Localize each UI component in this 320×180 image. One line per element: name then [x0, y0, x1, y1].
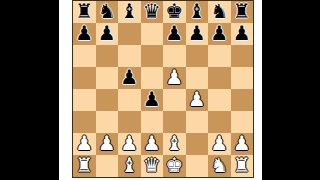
piece-black-pawn: ♟ — [165, 23, 183, 43]
square-b6[interactable] — [96, 45, 119, 67]
square-c4[interactable] — [118, 89, 141, 111]
square-f2[interactable] — [186, 133, 209, 155]
piece-black-pawn: ♟ — [143, 89, 161, 109]
piece-black-knight: ♞ — [210, 1, 228, 21]
square-b1[interactable] — [96, 155, 119, 177]
square-d8[interactable]: ♛ — [141, 1, 164, 23]
piece-black-pawn: ♟ — [98, 23, 116, 43]
square-a2[interactable]: ♟ — [73, 133, 96, 155]
piece-white-pawn: ♟ — [120, 133, 138, 153]
square-g6[interactable] — [208, 45, 231, 67]
square-c1[interactable]: ♝ — [118, 155, 141, 177]
square-f1[interactable] — [186, 155, 209, 177]
piece-black-rook: ♜ — [75, 1, 93, 21]
piece-white-pawn: ♟ — [143, 133, 161, 153]
piece-black-pawn: ♟ — [210, 23, 228, 43]
piece-white-bishop: ♝ — [165, 133, 183, 153]
square-h5[interactable] — [231, 67, 254, 89]
square-a1[interactable]: ♜ — [73, 155, 96, 177]
piece-black-bishop: ♝ — [120, 1, 138, 21]
square-c8[interactable]: ♝ — [118, 1, 141, 23]
square-d4[interactable]: ♟ — [141, 89, 164, 111]
square-g4[interactable] — [208, 89, 231, 111]
square-h8[interactable]: ♜ — [231, 1, 254, 23]
square-e3[interactable] — [163, 111, 186, 133]
square-h7[interactable]: ♟ — [231, 23, 254, 45]
piece-white-rook: ♜ — [233, 155, 251, 175]
square-e4[interactable] — [163, 89, 186, 111]
square-g5[interactable] — [208, 67, 231, 89]
square-g8[interactable]: ♞ — [208, 1, 231, 23]
square-h2[interactable]: ♟ — [231, 133, 254, 155]
square-d3[interactable] — [141, 111, 164, 133]
square-g3[interactable] — [208, 111, 231, 133]
square-d2[interactable]: ♟ — [141, 133, 164, 155]
square-a7[interactable]: ♟ — [73, 23, 96, 45]
square-a3[interactable] — [73, 111, 96, 133]
chess-board: ♜♞♝♛♚♝♞♜♟♟♟♟♟♟♟♟♟♟♟♟♟♟♝♟♟♜♝♛♚♞♜ — [72, 0, 254, 178]
square-c7[interactable] — [118, 23, 141, 45]
piece-white-knight: ♞ — [210, 155, 228, 175]
piece-white-bishop: ♝ — [120, 155, 138, 175]
square-g2[interactable]: ♟ — [208, 133, 231, 155]
square-a4[interactable] — [73, 89, 96, 111]
square-h4[interactable] — [231, 89, 254, 111]
square-e8[interactable]: ♚ — [163, 1, 186, 23]
square-g1[interactable]: ♞ — [208, 155, 231, 177]
square-c2[interactable]: ♟ — [118, 133, 141, 155]
piece-white-king: ♚ — [165, 155, 183, 175]
square-f5[interactable] — [186, 67, 209, 89]
square-g7[interactable]: ♟ — [208, 23, 231, 45]
square-e2[interactable]: ♝ — [163, 133, 186, 155]
square-b5[interactable] — [96, 67, 119, 89]
piece-white-queen: ♛ — [143, 155, 161, 175]
piece-black-queen: ♛ — [143, 1, 161, 21]
square-d1[interactable]: ♛ — [141, 155, 164, 177]
square-c6[interactable] — [118, 45, 141, 67]
piece-black-king: ♚ — [165, 1, 183, 21]
square-f4[interactable]: ♟ — [186, 89, 209, 111]
square-a6[interactable] — [73, 45, 96, 67]
piece-white-pawn: ♟ — [233, 133, 251, 153]
square-e7[interactable]: ♟ — [163, 23, 186, 45]
square-h6[interactable] — [231, 45, 254, 67]
piece-black-knight: ♞ — [98, 1, 116, 21]
square-f3[interactable] — [186, 111, 209, 133]
square-b8[interactable]: ♞ — [96, 1, 119, 23]
square-c3[interactable] — [118, 111, 141, 133]
square-b2[interactable]: ♟ — [96, 133, 119, 155]
square-f6[interactable] — [186, 45, 209, 67]
piece-white-pawn: ♟ — [210, 133, 228, 153]
square-d7[interactable] — [141, 23, 164, 45]
square-e1[interactable]: ♚ — [163, 155, 186, 177]
piece-black-pawn: ♟ — [75, 23, 93, 43]
square-f8[interactable]: ♝ — [186, 1, 209, 23]
piece-white-pawn: ♟ — [188, 89, 206, 109]
square-b3[interactable] — [96, 111, 119, 133]
piece-white-pawn: ♟ — [165, 67, 183, 87]
square-f7[interactable]: ♟ — [186, 23, 209, 45]
piece-white-pawn: ♟ — [75, 133, 93, 153]
square-h1[interactable]: ♜ — [231, 155, 254, 177]
square-a5[interactable] — [73, 67, 96, 89]
piece-black-bishop: ♝ — [188, 1, 206, 21]
square-a8[interactable]: ♜ — [73, 1, 96, 23]
chess-diagram-image: ♜♞♝♛♚♝♞♜♟♟♟♟♟♟♟♟♟♟♟♟♟♟♝♟♟♜♝♛♚♞♜ — [59, 0, 262, 180]
piece-black-pawn: ♟ — [233, 23, 251, 43]
square-d5[interactable] — [141, 67, 164, 89]
piece-white-pawn: ♟ — [98, 133, 116, 153]
square-e5[interactable]: ♟ — [163, 67, 186, 89]
piece-black-rook: ♜ — [233, 1, 251, 21]
piece-white-rook: ♜ — [75, 155, 93, 175]
square-d6[interactable] — [141, 45, 164, 67]
square-e6[interactable] — [163, 45, 186, 67]
piece-black-pawn: ♟ — [120, 67, 138, 87]
square-c5[interactable]: ♟ — [118, 67, 141, 89]
piece-black-pawn: ♟ — [188, 23, 206, 43]
square-h3[interactable] — [231, 111, 254, 133]
square-b4[interactable] — [96, 89, 119, 111]
square-b7[interactable]: ♟ — [96, 23, 119, 45]
